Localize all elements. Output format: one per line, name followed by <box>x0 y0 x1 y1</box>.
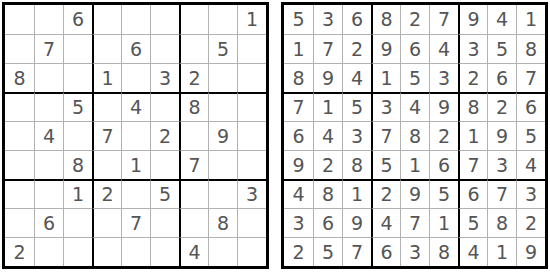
cell-r3c3: 4 <box>342 63 371 92</box>
cell-r8c6[interactable] <box>150 208 179 237</box>
cell-r9c1: 2 <box>284 237 313 266</box>
cell-r6c8[interactable] <box>208 150 237 179</box>
cell-r5c5: 8 <box>400 121 429 150</box>
cell-r8c3[interactable] <box>63 208 92 237</box>
cell-r7c7: 6 <box>458 179 487 208</box>
cell-r7c9: 3 <box>516 179 545 208</box>
cell-r2c7: 3 <box>458 34 487 63</box>
cell-r3c3[interactable] <box>63 63 92 92</box>
cell-r3c5: 5 <box>400 63 429 92</box>
cell-r3c9[interactable] <box>237 63 266 92</box>
cell-r2c9[interactable] <box>237 34 266 63</box>
cell-r6c7: 7 <box>458 150 487 179</box>
cell-r5c6: 2 <box>429 121 458 150</box>
cell-r9c4: 6 <box>371 237 400 266</box>
cell-r1c2: 3 <box>313 5 342 34</box>
cell-r8c1[interactable] <box>5 208 34 237</box>
cell-r5c7: 1 <box>458 121 487 150</box>
cell-r5c4[interactable]: 7 <box>92 121 121 150</box>
cell-r9c6: 8 <box>429 237 458 266</box>
cell-r7c4: 2 <box>371 179 400 208</box>
cell-r8c8[interactable]: 8 <box>208 208 237 237</box>
cell-r3c5[interactable] <box>121 63 150 92</box>
cell-r6c4[interactable] <box>92 150 121 179</box>
cell-r9c4[interactable] <box>92 237 121 266</box>
cell-r4c5: 4 <box>400 92 429 121</box>
cell-r2c3[interactable] <box>63 34 92 63</box>
cell-r4c6[interactable] <box>150 92 179 121</box>
cell-r9c2: 5 <box>313 237 342 266</box>
cell-r1c5: 2 <box>400 5 429 34</box>
cell-r7c5: 9 <box>400 179 429 208</box>
cell-r5c1: 6 <box>284 121 313 150</box>
cell-r7c6[interactable]: 5 <box>150 179 179 208</box>
cell-r1c2[interactable] <box>34 5 63 34</box>
cell-r6c3: 8 <box>342 150 371 179</box>
cell-r9c3: 7 <box>342 237 371 266</box>
cell-r2c5[interactable]: 6 <box>121 34 150 63</box>
cell-r4c4[interactable] <box>92 92 121 121</box>
cell-r8c4[interactable] <box>92 208 121 237</box>
cell-r4c7[interactable]: 8 <box>179 92 208 121</box>
cell-r7c9[interactable]: 3 <box>237 179 266 208</box>
cell-r9c7[interactable]: 4 <box>179 237 208 266</box>
cell-r9c8: 1 <box>487 237 516 266</box>
cell-r2c3: 2 <box>342 34 371 63</box>
cell-r7c6: 5 <box>429 179 458 208</box>
cell-r1c7[interactable] <box>179 5 208 34</box>
cell-r5c7[interactable] <box>179 121 208 150</box>
cell-r7c8[interactable] <box>208 179 237 208</box>
cell-r2c7[interactable] <box>179 34 208 63</box>
cell-r2c8: 5 <box>487 34 516 63</box>
cell-r6c4: 5 <box>371 150 400 179</box>
cell-r8c7: 5 <box>458 208 487 237</box>
cell-r3c7: 2 <box>458 63 487 92</box>
cell-r2c5: 6 <box>400 34 429 63</box>
cell-r3c2[interactable] <box>34 63 63 92</box>
cell-r6c9[interactable] <box>237 150 266 179</box>
cell-r4c9: 6 <box>516 92 545 121</box>
cell-r1c9: 1 <box>516 5 545 34</box>
cell-r9c5[interactable] <box>121 237 150 266</box>
cell-r7c2: 8 <box>313 179 342 208</box>
cell-r8c7[interactable] <box>179 208 208 237</box>
solution-board: 5368279411729643588941532677153498266437… <box>281 2 548 269</box>
cell-r2c1: 1 <box>284 34 313 63</box>
puzzle-board: 6176581325484729817125367824 <box>2 2 269 269</box>
cell-r8c3: 9 <box>342 208 371 237</box>
cell-r3c8[interactable] <box>208 63 237 92</box>
cell-r2c6: 4 <box>429 34 458 63</box>
cell-r8c9: 2 <box>516 208 545 237</box>
cell-r4c1: 7 <box>284 92 313 121</box>
cell-r4c9[interactable] <box>237 92 266 121</box>
cell-r4c6: 9 <box>429 92 458 121</box>
cell-r8c5: 7 <box>400 208 429 237</box>
cell-r5c6[interactable]: 2 <box>150 121 179 150</box>
cell-r2c2: 7 <box>313 34 342 63</box>
cell-r3c4[interactable]: 1 <box>92 63 121 92</box>
cell-r8c2[interactable]: 6 <box>34 208 63 237</box>
cell-r1c6: 7 <box>429 5 458 34</box>
cell-r8c4: 4 <box>371 208 400 237</box>
cell-r7c5[interactable] <box>121 179 150 208</box>
cell-r7c3: 1 <box>342 179 371 208</box>
sudoku-page: 6176581325484729817125367824 53682794117… <box>0 0 550 271</box>
cell-r7c8: 7 <box>487 179 516 208</box>
cell-r3c1[interactable]: 8 <box>5 63 34 92</box>
cell-r9c8[interactable] <box>208 237 237 266</box>
cell-r6c1[interactable] <box>5 150 34 179</box>
cell-r1c5[interactable] <box>121 5 150 34</box>
cell-r6c6: 6 <box>429 150 458 179</box>
cell-r9c5: 3 <box>400 237 429 266</box>
cell-r4c2[interactable] <box>34 92 63 121</box>
cell-r9c9: 9 <box>516 237 545 266</box>
cell-r6c8: 3 <box>487 150 516 179</box>
cell-r9c1[interactable]: 2 <box>5 237 34 266</box>
cell-r3c7[interactable]: 2 <box>179 63 208 92</box>
cell-r3c6[interactable]: 3 <box>150 63 179 92</box>
cell-r7c1[interactable] <box>5 179 34 208</box>
cell-r8c5[interactable]: 7 <box>121 208 150 237</box>
cell-r4c4: 3 <box>371 92 400 121</box>
cell-r1c1: 5 <box>284 5 313 34</box>
cell-r7c3[interactable]: 1 <box>63 179 92 208</box>
cell-r8c2: 6 <box>313 208 342 237</box>
cell-r1c3[interactable]: 6 <box>63 5 92 34</box>
cell-r3c1: 8 <box>284 63 313 92</box>
cell-r8c1: 3 <box>284 208 313 237</box>
cell-r6c6[interactable] <box>150 150 179 179</box>
cell-r9c6[interactable] <box>150 237 179 266</box>
cell-r6c2: 2 <box>313 150 342 179</box>
cell-r8c8: 8 <box>487 208 516 237</box>
cell-r2c4[interactable] <box>92 34 121 63</box>
cell-r7c7[interactable] <box>179 179 208 208</box>
cell-r1c3: 6 <box>342 5 371 34</box>
cell-r2c4: 9 <box>371 34 400 63</box>
cell-r3c9: 7 <box>516 63 545 92</box>
cell-r9c3[interactable] <box>63 237 92 266</box>
cell-r5c9: 5 <box>516 121 545 150</box>
cell-r3c2: 9 <box>313 63 342 92</box>
cell-r5c3: 3 <box>342 121 371 150</box>
cell-r4c8: 2 <box>487 92 516 121</box>
cell-r2c2[interactable]: 7 <box>34 34 63 63</box>
cell-r3c6: 3 <box>429 63 458 92</box>
cell-r1c1[interactable] <box>5 5 34 34</box>
cell-r4c5[interactable]: 4 <box>121 92 150 121</box>
cell-r1c6[interactable] <box>150 5 179 34</box>
cell-r5c1[interactable] <box>5 121 34 150</box>
cell-r5c9[interactable] <box>237 121 266 150</box>
cell-r5c2: 4 <box>313 121 342 150</box>
cell-r4c3[interactable]: 5 <box>63 92 92 121</box>
cell-r9c9[interactable] <box>237 237 266 266</box>
cell-r4c3: 5 <box>342 92 371 121</box>
cell-r7c4[interactable]: 2 <box>92 179 121 208</box>
cell-r7c2[interactable] <box>34 179 63 208</box>
cell-r6c3[interactable]: 8 <box>63 150 92 179</box>
cell-r4c7: 8 <box>458 92 487 121</box>
cell-r2c1[interactable] <box>5 34 34 63</box>
cell-r1c8[interactable] <box>208 5 237 34</box>
cell-r2c9: 8 <box>516 34 545 63</box>
cell-r1c4: 8 <box>371 5 400 34</box>
cell-r6c9: 4 <box>516 150 545 179</box>
cell-r6c2[interactable] <box>34 150 63 179</box>
cell-r9c7: 4 <box>458 237 487 266</box>
cell-r1c8: 4 <box>487 5 516 34</box>
cell-r2c8[interactable]: 5 <box>208 34 237 63</box>
cell-r8c6: 1 <box>429 208 458 237</box>
cell-r5c3[interactable] <box>63 121 92 150</box>
cell-r5c8[interactable]: 9 <box>208 121 237 150</box>
cell-r6c5: 1 <box>400 150 429 179</box>
cell-r1c4[interactable] <box>92 5 121 34</box>
cell-r3c4: 1 <box>371 63 400 92</box>
cell-r6c7[interactable]: 7 <box>179 150 208 179</box>
cell-r8c9[interactable] <box>237 208 266 237</box>
cell-r5c4: 7 <box>371 121 400 150</box>
cell-r5c2[interactable]: 4 <box>34 121 63 150</box>
cell-r4c8[interactable] <box>208 92 237 121</box>
cell-r9c2[interactable] <box>34 237 63 266</box>
cell-r6c5[interactable]: 1 <box>121 150 150 179</box>
cell-r7c1: 4 <box>284 179 313 208</box>
cell-r1c9[interactable]: 1 <box>237 5 266 34</box>
cell-r4c1[interactable] <box>5 92 34 121</box>
cell-r5c5[interactable] <box>121 121 150 150</box>
cell-r6c1: 9 <box>284 150 313 179</box>
cell-r1c7: 9 <box>458 5 487 34</box>
cell-r2c6[interactable] <box>150 34 179 63</box>
cell-r4c2: 1 <box>313 92 342 121</box>
cell-r5c8: 9 <box>487 121 516 150</box>
cell-r3c8: 6 <box>487 63 516 92</box>
